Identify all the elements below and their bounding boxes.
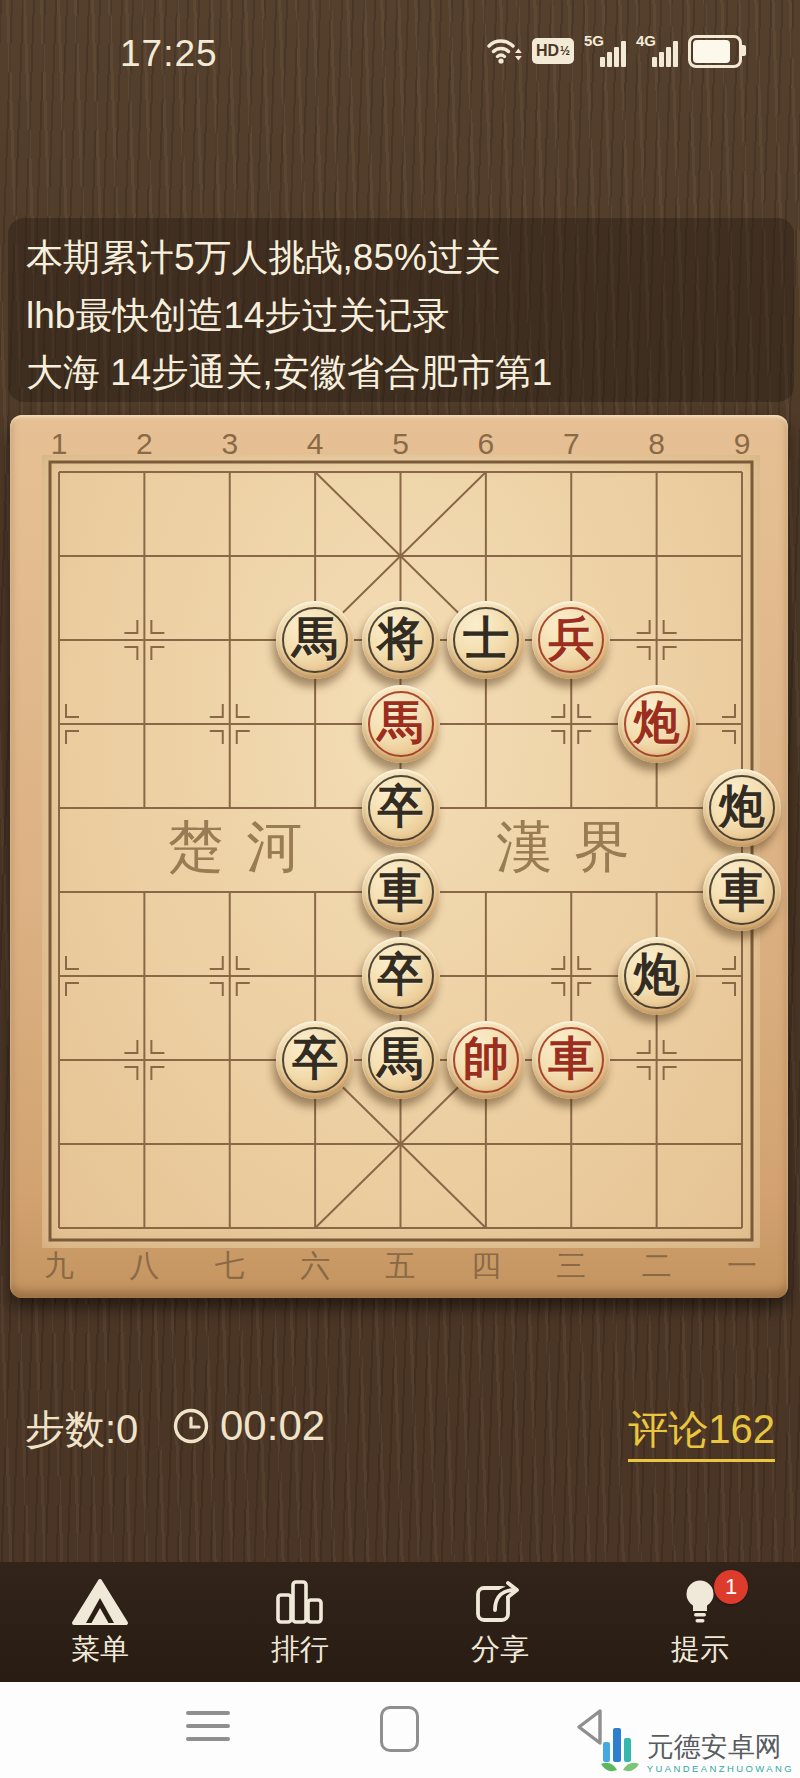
status-time: 17:25 [120,33,218,75]
move-counter: 步数:0 [25,1402,138,1457]
file-label-top-8: 8 [637,427,677,461]
piece-glyph: 卒 [276,1021,354,1099]
nav-label: 菜单 [71,1630,129,1670]
nav-item-menu[interactable]: 菜单 [0,1562,200,1682]
piece-glyph: 士 [447,601,525,679]
piece-black-士-f6r2[interactable]: 士 [447,601,525,679]
piece-black-将-f5r2[interactable]: 将 [362,601,440,679]
signal-5g-icon: 5G [584,35,626,67]
piece-glyph: 車 [532,1021,610,1099]
announcement-line-2: lhb最快创造14步过关记录 [26,294,450,338]
piece-glyph: 馬 [362,685,440,763]
piece-black-車-f9r5[interactable]: 車 [703,853,781,931]
status-icons: HD½ 5G 4G [486,34,742,68]
piece-glyph: 車 [362,853,440,931]
piece-black-炮-f8r6[interactable]: 炮 [618,937,696,1015]
piece-red-兵-f7r2[interactable]: 兵 [532,601,610,679]
file-label-bottom-5: 五 [381,1246,421,1287]
file-label-top-5: 5 [381,427,421,461]
watermark-sub: YUANDEANZHUOWANG [647,1762,794,1776]
timer-value: 00:02 [220,1402,325,1450]
nav-item-ranking[interactable]: 排行 [200,1562,400,1682]
home-icon[interactable] [380,1706,419,1752]
piece-glyph: 卒 [362,937,440,1015]
announcement-line-3: 大海 14步通关,安徽省合肥市第1 [26,351,552,395]
xiangqi-board[interactable] [42,455,760,1248]
piece-black-馬-f4r2[interactable]: 馬 [276,601,354,679]
piece-glyph: 炮 [618,685,696,763]
nav-item-hint[interactable]: 提示1 [600,1562,800,1682]
comments-link[interactable]: 评论162 [628,1402,775,1462]
nav-label: 排行 [271,1630,329,1670]
piece-black-炮-f9r4[interactable]: 炮 [703,769,781,847]
signal-4g-icon: 4G [636,35,678,67]
piece-glyph: 将 [362,601,440,679]
file-label-bottom-8: 二 [637,1246,677,1287]
xiangqi-app-screen: 17:25 HD½ 5G 4G 123456789九八七六五四三二一 楚河 漢界… [0,0,800,1778]
piece-red-帥-f6r7[interactable]: 帥 [447,1021,525,1099]
announcement-line-1: 本期累计5万人挑战,85%过关 [26,236,501,280]
piece-black-車-f5r5[interactable]: 車 [362,853,440,931]
file-label-bottom-2: 八 [124,1246,164,1287]
file-label-top-6: 6 [466,427,506,461]
piece-red-車-f7r7[interactable]: 車 [532,1021,610,1099]
nav-label: 提示 [671,1630,729,1670]
watermark: 元德安卓网 YUANDEANZHUOWANG [601,1724,794,1776]
piece-black-馬-f5r7[interactable]: 馬 [362,1021,440,1099]
watermark-logo-icon [601,1724,641,1776]
piece-black-卒-f4r7[interactable]: 卒 [276,1021,354,1099]
bottom-nav-bar: 菜单 排行 分享 提示1 [0,1562,800,1682]
share-icon [473,1576,527,1628]
river-label-han-jie: 漢界 [496,814,652,880]
nav-item-share[interactable]: 分享 [400,1562,600,1682]
recents-icon[interactable] [186,1711,230,1741]
watermark-name: 元德安卓网 [647,1732,794,1762]
piece-glyph: 兵 [532,601,610,679]
piece-glyph: 炮 [703,769,781,847]
file-label-bottom-7: 三 [551,1246,591,1287]
file-label-bottom-6: 四 [466,1246,506,1287]
timer: 00:02 [172,1402,325,1450]
piece-red-馬-f5r3[interactable]: 馬 [362,685,440,763]
file-label-top-2: 2 [124,427,164,461]
piece-glyph: 車 [703,853,781,931]
battery-icon [688,35,742,68]
file-label-bottom-1: 九 [39,1246,79,1287]
file-label-bottom-4: 六 [295,1246,335,1287]
piece-red-炮-f8r3[interactable]: 炮 [618,685,696,763]
piece-black-卒-f5r6[interactable]: 卒 [362,937,440,1015]
menu-icon [69,1576,131,1628]
file-label-top-3: 3 [210,427,250,461]
ranking-icon [274,1576,326,1628]
file-label-top-7: 7 [551,427,591,461]
file-label-bottom-9: 一 [722,1246,762,1287]
clock-icon [172,1407,210,1445]
piece-glyph: 馬 [276,601,354,679]
system-gesture-bar: 元德安卓网 YUANDEANZHUOWANG [0,1682,800,1778]
piece-glyph: 卒 [362,769,440,847]
piece-glyph: 炮 [618,937,696,1015]
file-label-top-1: 1 [39,427,79,461]
file-label-bottom-3: 七 [210,1246,250,1287]
piece-glyph: 馬 [362,1021,440,1099]
hd-volte-icon: HD½ [532,38,574,64]
river-label-chu-he: 楚河 [168,814,324,880]
file-label-top-4: 4 [295,427,335,461]
wifi-icon [486,36,522,66]
notification-badge: 1 [714,1570,748,1604]
piece-glyph: 帥 [447,1021,525,1099]
nav-label: 分享 [471,1630,529,1670]
file-label-top-9: 9 [722,427,762,461]
piece-black-卒-f5r4[interactable]: 卒 [362,769,440,847]
